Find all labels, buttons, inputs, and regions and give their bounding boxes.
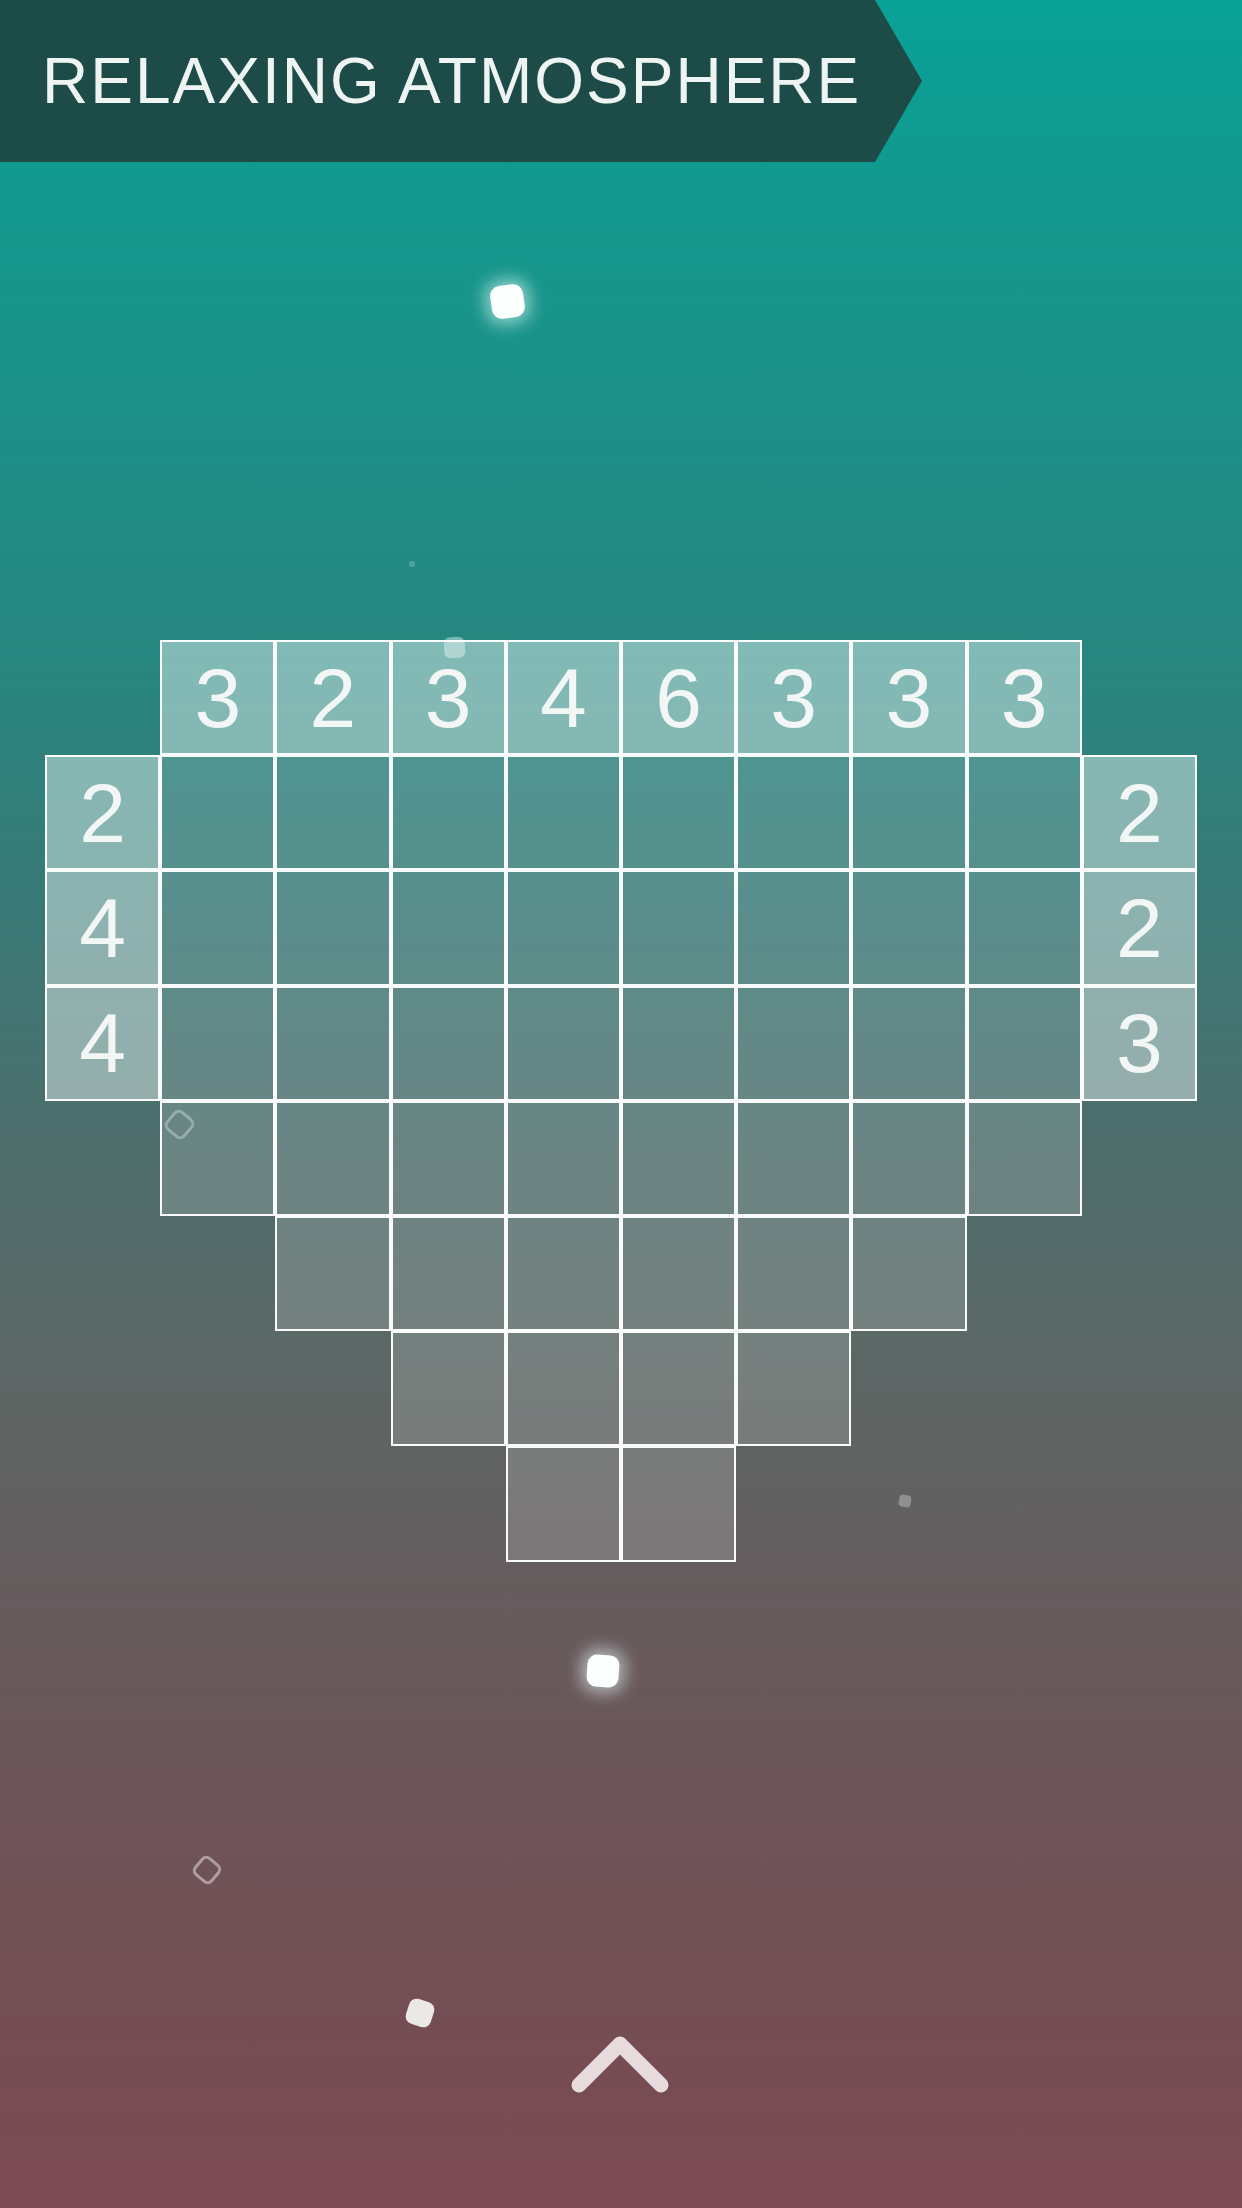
grid-cell[interactable] (391, 1101, 506, 1216)
grid-cell[interactable] (506, 870, 621, 985)
grid-cell[interactable] (967, 870, 1082, 985)
grid-cell[interactable] (506, 1446, 621, 1561)
grid-cell[interactable] (391, 986, 506, 1101)
column-clue-cell: 3 (391, 640, 506, 755)
grid-cell[interactable] (736, 1331, 851, 1446)
particle-square (404, 1997, 437, 2030)
grid-cell[interactable] (160, 1101, 275, 1216)
grid-cell[interactable] (851, 1216, 966, 1331)
column-clue-cell: 3 (851, 640, 966, 755)
grid-cell[interactable] (621, 1216, 736, 1331)
grid-cell[interactable] (391, 755, 506, 870)
grid-cell[interactable] (621, 1331, 736, 1446)
grid-cell[interactable] (275, 1101, 390, 1216)
grid-cell[interactable] (506, 1331, 621, 1446)
particle-square (489, 283, 526, 320)
particle-square (409, 561, 415, 567)
grid-cell[interactable] (736, 986, 851, 1101)
grid-cell[interactable] (506, 1216, 621, 1331)
grid-cell[interactable] (275, 986, 390, 1101)
grid-cell[interactable] (160, 986, 275, 1101)
row-clue-left-cell: 4 (45, 986, 160, 1101)
row-clue-right-cell: 2 (1082, 755, 1197, 870)
grid-cell[interactable] (967, 1101, 1082, 1216)
grid-cell[interactable] (391, 870, 506, 985)
level-title: RELAXING ATMOSPHERE (42, 44, 861, 118)
column-clue-cell: 6 (621, 640, 736, 755)
grid-cell[interactable] (621, 755, 736, 870)
grid-cell[interactable] (851, 1101, 966, 1216)
grid-cell[interactable] (506, 1101, 621, 1216)
grid-cell[interactable] (391, 1331, 506, 1446)
column-clue-cell: 4 (506, 640, 621, 755)
open-menu-button[interactable] (570, 2032, 670, 2096)
grid-cell[interactable] (736, 755, 851, 870)
particle-square (586, 1654, 620, 1688)
column-clue-cell: 2 (275, 640, 390, 755)
grid-cell[interactable] (736, 870, 851, 985)
column-clue-cell: 3 (736, 640, 851, 755)
grid-cell[interactable] (621, 870, 736, 985)
column-clue-cell: 3 (967, 640, 1082, 755)
grid-cell[interactable] (621, 1446, 736, 1561)
puzzle-board: 32346333224243 (45, 640, 1197, 1562)
particle-outline-square (190, 1853, 224, 1887)
column-clue-cell: 3 (160, 640, 275, 755)
grid-cell[interactable] (275, 870, 390, 985)
grid-cell[interactable] (391, 1216, 506, 1331)
chevron-up-icon (570, 2032, 670, 2096)
grid-cell[interactable] (621, 986, 736, 1101)
grid-cell[interactable] (275, 1216, 390, 1331)
grid-cell[interactable] (275, 755, 390, 870)
grid-cell[interactable] (160, 870, 275, 985)
grid-cell[interactable] (160, 755, 275, 870)
grid-cell[interactable] (967, 986, 1082, 1101)
row-clue-right-cell: 2 (1082, 870, 1197, 985)
grid-cell[interactable] (621, 1101, 736, 1216)
row-clue-left-cell: 4 (45, 870, 160, 985)
grid-cell[interactable] (851, 870, 966, 985)
grid-cell[interactable] (736, 1216, 851, 1331)
grid-cell[interactable] (967, 755, 1082, 870)
grid-cell[interactable] (506, 755, 621, 870)
grid-cell[interactable] (851, 755, 966, 870)
grid-cell[interactable] (851, 986, 966, 1101)
grid-cell[interactable] (506, 986, 621, 1101)
level-banner: RELAXING ATMOSPHERE (0, 0, 922, 162)
row-clue-left-cell: 2 (45, 755, 160, 870)
row-clue-right-cell: 3 (1082, 986, 1197, 1101)
grid-cell[interactable] (736, 1101, 851, 1216)
